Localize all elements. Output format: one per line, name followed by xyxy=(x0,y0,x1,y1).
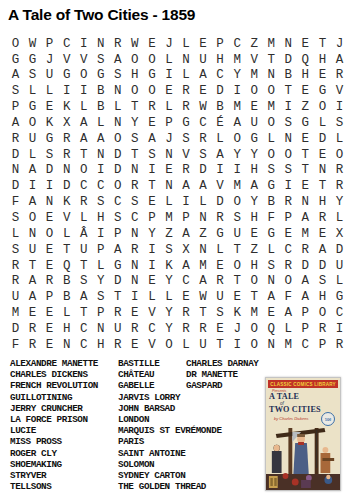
grid-cell[interactable]: O xyxy=(109,179,126,195)
grid-cell[interactable]: P xyxy=(92,305,109,321)
grid-cell[interactable]: C xyxy=(229,36,246,52)
grid-cell[interactable]: D xyxy=(109,147,126,163)
grid-cell[interactable]: C xyxy=(75,321,92,337)
grid-cell[interactable]: L xyxy=(58,305,75,321)
grid-cell[interactable]: E xyxy=(263,305,280,321)
grid-cell[interactable]: C xyxy=(75,179,92,195)
grid-cell[interactable]: O xyxy=(229,131,246,147)
grid-cell[interactable]: L xyxy=(263,131,280,147)
grid-cell[interactable]: I xyxy=(143,258,160,274)
grid-cell[interactable]: E xyxy=(314,68,331,84)
grid-cell[interactable]: Y xyxy=(246,147,263,163)
grid-cell[interactable]: A xyxy=(7,115,24,131)
grid-cell[interactable]: L xyxy=(92,258,109,274)
grid-cell[interactable]: A xyxy=(177,258,194,274)
grid-cell[interactable]: N xyxy=(177,52,194,68)
grid-cell[interactable]: E xyxy=(195,84,212,100)
grid-cell[interactable]: O xyxy=(160,337,177,353)
grid-cell[interactable]: R xyxy=(58,131,75,147)
grid-cell[interactable]: M xyxy=(160,210,177,226)
grid-cell[interactable]: H xyxy=(246,258,263,274)
grid-cell[interactable]: D xyxy=(109,163,126,179)
grid-cell[interactable]: A xyxy=(229,115,246,131)
grid-cell[interactable]: N xyxy=(58,163,75,179)
grid-cell[interactable]: U xyxy=(195,337,212,353)
grid-cell[interactable]: E xyxy=(143,274,160,290)
grid-cell[interactable]: Z xyxy=(246,242,263,258)
grid-cell[interactable]: N xyxy=(297,195,314,211)
grid-cell[interactable]: K xyxy=(160,258,177,274)
grid-cell[interactable]: O xyxy=(263,115,280,131)
grid-cell[interactable]: V xyxy=(246,52,263,68)
grid-cell[interactable]: L xyxy=(160,52,177,68)
grid-cell[interactable]: A xyxy=(75,115,92,131)
grid-cell[interactable]: Z xyxy=(246,36,263,52)
grid-cell[interactable]: T xyxy=(195,305,212,321)
grid-cell[interactable]: N xyxy=(41,195,58,211)
grid-cell[interactable]: P xyxy=(7,99,24,115)
grid-cell[interactable]: C xyxy=(92,179,109,195)
grid-cell[interactable]: A xyxy=(109,52,126,68)
grid-cell[interactable]: R xyxy=(314,321,331,337)
grid-cell[interactable]: E xyxy=(297,179,314,195)
grid-cell[interactable]: R xyxy=(195,131,212,147)
grid-cell[interactable]: I xyxy=(92,163,109,179)
grid-cell[interactable]: S xyxy=(109,68,126,84)
grid-cell[interactable]: M xyxy=(263,36,280,52)
grid-cell[interactable]: T xyxy=(297,147,314,163)
grid-cell[interactable]: E xyxy=(314,226,331,242)
grid-cell[interactable]: L xyxy=(195,195,212,211)
grid-cell[interactable]: Q xyxy=(263,321,280,337)
grid-cell[interactable]: L xyxy=(212,131,229,147)
grid-cell[interactable]: F xyxy=(7,195,24,211)
grid-cell[interactable]: D xyxy=(314,258,331,274)
grid-cell[interactable]: C xyxy=(212,68,229,84)
grid-cell[interactable]: B xyxy=(263,195,280,211)
grid-cell[interactable]: R xyxy=(331,337,348,353)
grid-cell[interactable]: I xyxy=(92,226,109,242)
grid-cell[interactable]: P xyxy=(160,115,177,131)
grid-cell[interactable]: M xyxy=(7,305,24,321)
grid-cell[interactable]: Z xyxy=(195,226,212,242)
grid-cell[interactable]: U xyxy=(24,131,41,147)
grid-cell[interactable]: I xyxy=(280,99,297,115)
grid-cell[interactable]: J xyxy=(229,321,246,337)
grid-cell[interactable]: C xyxy=(109,195,126,211)
grid-cell[interactable]: O xyxy=(229,195,246,211)
grid-cell[interactable]: M xyxy=(229,179,246,195)
grid-cell[interactable]: O xyxy=(246,337,263,353)
grid-cell[interactable]: A xyxy=(109,242,126,258)
grid-cell[interactable]: G xyxy=(297,115,314,131)
grid-cell[interactable]: A xyxy=(92,131,109,147)
grid-cell[interactable]: T xyxy=(246,290,263,306)
grid-cell[interactable]: A xyxy=(297,274,314,290)
grid-cell[interactable]: N xyxy=(160,179,177,195)
grid-cell[interactable]: D xyxy=(314,131,331,147)
grid-cell[interactable]: I xyxy=(143,242,160,258)
grid-cell[interactable]: F xyxy=(7,337,24,353)
grid-cell[interactable]: W xyxy=(195,99,212,115)
grid-cell[interactable]: N xyxy=(195,210,212,226)
grid-cell[interactable]: S xyxy=(212,305,229,321)
grid-cell[interactable]: F xyxy=(263,210,280,226)
grid-cell[interactable]: T xyxy=(280,84,297,100)
grid-cell[interactable]: T xyxy=(314,36,331,52)
grid-cell[interactable]: E xyxy=(41,99,58,115)
grid-cell[interactable]: K xyxy=(58,99,75,115)
grid-cell[interactable]: Y xyxy=(229,147,246,163)
grid-cell[interactable]: M xyxy=(263,99,280,115)
grid-cell[interactable]: O xyxy=(280,274,297,290)
grid-cell[interactable]: G xyxy=(24,52,41,68)
grid-cell[interactable]: C xyxy=(126,210,143,226)
grid-cell[interactable]: Y xyxy=(143,226,160,242)
grid-cell[interactable]: D xyxy=(212,84,229,100)
grid-cell[interactable]: H xyxy=(126,68,143,84)
grid-cell[interactable]: S xyxy=(92,52,109,68)
grid-cell[interactable]: N xyxy=(92,147,109,163)
grid-cell[interactable]: N xyxy=(314,163,331,179)
grid-cell[interactable]: G xyxy=(58,68,75,84)
grid-cell[interactable]: R xyxy=(280,195,297,211)
grid-cell[interactable]: R xyxy=(177,84,194,100)
grid-cell[interactable]: E xyxy=(160,84,177,100)
grid-cell[interactable]: O xyxy=(109,131,126,147)
grid-cell[interactable]: G xyxy=(177,115,194,131)
grid-cell[interactable]: E xyxy=(297,36,314,52)
grid-cell[interactable]: N xyxy=(263,337,280,353)
grid-cell[interactable]: E xyxy=(143,195,160,211)
grid-cell[interactable]: S xyxy=(280,115,297,131)
grid-cell[interactable]: L xyxy=(7,226,24,242)
grid-cell[interactable]: M xyxy=(229,52,246,68)
grid-cell[interactable]: O xyxy=(126,52,143,68)
grid-cell[interactable]: X xyxy=(177,242,194,258)
grid-cell[interactable]: I xyxy=(212,163,229,179)
grid-cell[interactable]: L xyxy=(160,195,177,211)
grid-cell[interactable]: I xyxy=(229,337,246,353)
grid-cell[interactable]: L xyxy=(143,290,160,306)
grid-cell[interactable]: S xyxy=(92,290,109,306)
grid-cell[interactable]: A xyxy=(263,290,280,306)
grid-cell[interactable]: B xyxy=(58,290,75,306)
grid-cell[interactable]: R xyxy=(177,163,194,179)
grid-cell[interactable]: J xyxy=(41,52,58,68)
grid-cell[interactable]: O xyxy=(24,115,41,131)
grid-cell[interactable]: U xyxy=(75,242,92,258)
grid-cell[interactable]: P xyxy=(92,242,109,258)
grid-cell[interactable]: A xyxy=(24,290,41,306)
grid-cell[interactable]: P xyxy=(297,321,314,337)
grid-cell[interactable]: R xyxy=(109,36,126,52)
grid-cell[interactable]: I xyxy=(160,68,177,84)
grid-cell[interactable]: T xyxy=(24,258,41,274)
grid-cell[interactable]: E xyxy=(143,36,160,52)
grid-cell[interactable]: O xyxy=(246,274,263,290)
grid-cell[interactable]: W xyxy=(126,36,143,52)
grid-cell[interactable]: A xyxy=(75,131,92,147)
grid-cell[interactable]: Y xyxy=(160,321,177,337)
grid-cell[interactable]: Z xyxy=(297,99,314,115)
grid-cell[interactable]: U xyxy=(109,321,126,337)
grid-cell[interactable]: C xyxy=(331,305,348,321)
grid-cell[interactable]: A xyxy=(195,68,212,84)
grid-cell[interactable]: K xyxy=(229,305,246,321)
grid-cell[interactable]: K xyxy=(41,115,58,131)
grid-cell[interactable]: G xyxy=(246,131,263,147)
grid-cell[interactable]: H xyxy=(92,337,109,353)
grid-cell[interactable]: H xyxy=(314,290,331,306)
grid-cell[interactable]: A xyxy=(212,147,229,163)
grid-cell[interactable]: A xyxy=(280,305,297,321)
grid-cell[interactable]: T xyxy=(75,305,92,321)
grid-cell[interactable]: D xyxy=(297,258,314,274)
grid-cell[interactable]: R xyxy=(331,68,348,84)
grid-cell[interactable]: G xyxy=(143,68,160,84)
grid-cell[interactable]: J xyxy=(160,131,177,147)
grid-cell[interactable]: A xyxy=(297,290,314,306)
grid-cell[interactable]: T xyxy=(109,290,126,306)
grid-cell[interactable]: X xyxy=(58,115,75,131)
grid-cell[interactable]: H xyxy=(58,321,75,337)
grid-cell[interactable]: E xyxy=(41,337,58,353)
grid-cell[interactable]: U xyxy=(195,52,212,68)
grid-cell[interactable]: N xyxy=(7,163,24,179)
grid-cell[interactable]: Y xyxy=(126,115,143,131)
grid-cell[interactable]: U xyxy=(24,242,41,258)
grid-cell[interactable]: R xyxy=(58,147,75,163)
grid-cell[interactable]: Q xyxy=(58,258,75,274)
grid-cell[interactable]: G xyxy=(331,290,348,306)
grid-cell[interactable]: M xyxy=(229,99,246,115)
grid-cell[interactable]: D xyxy=(7,147,24,163)
grid-cell[interactable]: L xyxy=(92,115,109,131)
grid-cell[interactable]: O xyxy=(143,84,160,100)
grid-cell[interactable]: M xyxy=(246,68,263,84)
grid-cell[interactable]: N xyxy=(195,242,212,258)
grid-cell[interactable]: G xyxy=(212,226,229,242)
grid-cell[interactable]: V xyxy=(177,147,194,163)
grid-cell[interactable]: L xyxy=(58,226,75,242)
grid-cell[interactable]: V xyxy=(75,52,92,68)
grid-cell[interactable]: B xyxy=(280,68,297,84)
grid-cell[interactable]: T xyxy=(229,242,246,258)
grid-cell[interactable]: S xyxy=(75,274,92,290)
grid-cell[interactable]: T xyxy=(143,179,160,195)
grid-cell[interactable]: R xyxy=(41,274,58,290)
grid-cell[interactable]: A xyxy=(24,274,41,290)
grid-cell[interactable]: R xyxy=(314,210,331,226)
grid-cell[interactable]: G xyxy=(41,131,58,147)
grid-cell[interactable]: R xyxy=(177,321,194,337)
grid-cell[interactable]: B xyxy=(92,84,109,100)
grid-cell[interactable]: E xyxy=(280,226,297,242)
grid-cell[interactable]: E xyxy=(212,258,229,274)
grid-cell[interactable]: N xyxy=(92,321,109,337)
grid-cell[interactable]: L xyxy=(263,242,280,258)
grid-cell[interactable]: L xyxy=(75,99,92,115)
grid-cell[interactable]: E xyxy=(41,210,58,226)
grid-cell[interactable]: I xyxy=(126,290,143,306)
grid-cell[interactable]: S xyxy=(109,210,126,226)
grid-cell[interactable]: T xyxy=(314,179,331,195)
grid-cell[interactable]: T xyxy=(126,147,143,163)
grid-cell[interactable]: Y xyxy=(160,274,177,290)
grid-cell[interactable]: L xyxy=(177,337,194,353)
grid-cell[interactable]: D xyxy=(331,242,348,258)
grid-cell[interactable]: R xyxy=(297,242,314,258)
grid-cell[interactable]: T xyxy=(263,52,280,68)
grid-cell[interactable]: E xyxy=(126,337,143,353)
grid-cell[interactable]: U xyxy=(7,290,24,306)
grid-cell[interactable]: R xyxy=(143,99,160,115)
grid-cell[interactable]: H xyxy=(314,52,331,68)
grid-cell[interactable]: N xyxy=(109,115,126,131)
grid-cell[interactable]: T xyxy=(75,147,92,163)
grid-cell[interactable]: I xyxy=(331,99,348,115)
grid-cell[interactable]: H xyxy=(92,210,109,226)
grid-cell[interactable]: S xyxy=(41,147,58,163)
grid-cell[interactable]: T xyxy=(126,99,143,115)
grid-cell[interactable]: C xyxy=(297,337,314,353)
grid-cell[interactable]: U xyxy=(331,258,348,274)
grid-cell[interactable]: Y xyxy=(160,305,177,321)
grid-cell[interactable]: N xyxy=(263,68,280,84)
grid-cell[interactable]: G xyxy=(109,258,126,274)
grid-cell[interactable]: T xyxy=(297,163,314,179)
grid-cell[interactable]: R xyxy=(280,258,297,274)
grid-cell[interactable]: E xyxy=(24,305,41,321)
grid-cell[interactable]: R xyxy=(126,242,143,258)
grid-cell[interactable]: O xyxy=(263,147,280,163)
grid-cell[interactable]: S xyxy=(126,131,143,147)
grid-cell[interactable]: S xyxy=(331,115,348,131)
grid-cell[interactable]: D xyxy=(7,179,24,195)
grid-cell[interactable]: X xyxy=(331,226,348,242)
grid-cell[interactable]: U xyxy=(41,68,58,84)
grid-cell[interactable]: A xyxy=(195,179,212,195)
grid-cell[interactable]: E xyxy=(246,226,263,242)
grid-cell[interactable]: T xyxy=(75,258,92,274)
grid-cell[interactable]: V xyxy=(143,305,160,321)
grid-cell[interactable]: D xyxy=(212,195,229,211)
grid-cell[interactable]: P xyxy=(109,226,126,242)
grid-cell[interactable]: P xyxy=(280,210,297,226)
grid-cell[interactable]: H xyxy=(297,68,314,84)
grid-cell[interactable]: C xyxy=(143,321,160,337)
grid-cell[interactable]: R xyxy=(126,321,143,337)
grid-cell[interactable]: Y xyxy=(92,274,109,290)
grid-cell[interactable]: A xyxy=(143,131,160,147)
grid-cell[interactable]: B xyxy=(212,99,229,115)
grid-cell[interactable]: P xyxy=(143,210,160,226)
grid-cell[interactable]: G xyxy=(263,226,280,242)
grid-cell[interactable]: E xyxy=(177,290,194,306)
grid-cell[interactable]: R xyxy=(109,305,126,321)
grid-cell[interactable]: V xyxy=(212,179,229,195)
grid-cell[interactable]: R xyxy=(212,210,229,226)
grid-cell[interactable]: N xyxy=(160,147,177,163)
grid-cell[interactable]: A xyxy=(24,195,41,211)
grid-cell[interactable]: K xyxy=(58,195,75,211)
grid-cell[interactable]: I xyxy=(41,179,58,195)
grid-cell[interactable]: L xyxy=(177,68,194,84)
grid-cell[interactable]: O xyxy=(24,210,41,226)
grid-cell[interactable]: L xyxy=(212,242,229,258)
grid-cell[interactable]: P xyxy=(41,290,58,306)
grid-cell[interactable]: R xyxy=(109,337,126,353)
grid-cell[interactable]: Y xyxy=(229,68,246,84)
grid-cell[interactable]: E xyxy=(314,147,331,163)
grid-cell[interactable]: L xyxy=(24,84,41,100)
grid-cell[interactable]: E xyxy=(297,84,314,100)
grid-cell[interactable]: A xyxy=(75,290,92,306)
grid-cell[interactable]: N xyxy=(109,84,126,100)
grid-cell[interactable]: C xyxy=(58,36,75,52)
grid-cell[interactable]: S xyxy=(263,163,280,179)
grid-cell[interactable]: U xyxy=(246,115,263,131)
grid-cell[interactable]: S xyxy=(92,195,109,211)
grid-cell[interactable]: P xyxy=(314,337,331,353)
grid-cell[interactable]: N xyxy=(92,36,109,52)
grid-cell[interactable]: R xyxy=(212,274,229,290)
grid-cell[interactable]: L xyxy=(41,84,58,100)
grid-cell[interactable]: Q xyxy=(297,52,314,68)
grid-cell[interactable]: E xyxy=(246,99,263,115)
grid-cell[interactable]: R xyxy=(7,258,24,274)
grid-cell[interactable]: N xyxy=(280,131,297,147)
grid-cell[interactable]: J xyxy=(160,36,177,52)
grid-cell[interactable]: Y xyxy=(246,195,263,211)
grid-cell[interactable]: H xyxy=(212,52,229,68)
grid-cell[interactable]: I xyxy=(143,163,160,179)
grid-cell[interactable]: G xyxy=(7,52,24,68)
grid-cell[interactable]: H xyxy=(246,210,263,226)
grid-cell[interactable]: S xyxy=(24,68,41,84)
grid-cell[interactable]: V xyxy=(143,337,160,353)
grid-cell[interactable]: T xyxy=(58,242,75,258)
grid-cell[interactable]: M xyxy=(246,305,263,321)
grid-cell[interactable]: R xyxy=(24,337,41,353)
grid-cell[interactable]: O xyxy=(143,52,160,68)
grid-cell[interactable]: O xyxy=(41,226,58,242)
grid-cell[interactable]: I xyxy=(331,321,348,337)
grid-cell[interactable]: S xyxy=(7,84,24,100)
grid-cell[interactable]: S xyxy=(263,258,280,274)
grid-cell[interactable]: I xyxy=(75,36,92,52)
grid-cell[interactable]: O xyxy=(246,84,263,100)
grid-cell[interactable]: L xyxy=(331,210,348,226)
grid-cell[interactable]: A xyxy=(24,163,41,179)
grid-cell[interactable]: L xyxy=(109,99,126,115)
grid-cell[interactable]: S xyxy=(229,210,246,226)
grid-cell[interactable]: N xyxy=(58,337,75,353)
grid-cell[interactable]: H xyxy=(246,163,263,179)
grid-cell[interactable]: L xyxy=(331,274,348,290)
grid-cell[interactable]: A xyxy=(195,274,212,290)
grid-cell[interactable]: Y xyxy=(331,195,348,211)
grid-cell[interactable]: S xyxy=(7,210,24,226)
grid-cell[interactable]: W xyxy=(24,36,41,52)
grid-cell[interactable]: R xyxy=(75,195,92,211)
grid-cell[interactable]: P xyxy=(212,36,229,52)
grid-cell[interactable]: B xyxy=(92,99,109,115)
grid-cell[interactable]: S xyxy=(143,147,160,163)
grid-cell[interactable]: O xyxy=(126,84,143,100)
grid-cell[interactable]: R xyxy=(177,305,194,321)
